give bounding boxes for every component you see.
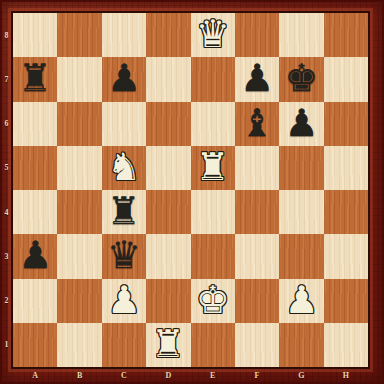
square-f1[interactable]: [235, 323, 279, 367]
file-labels: ABCDEFGH: [13, 367, 368, 384]
file-label-d: D: [146, 367, 190, 384]
square-g3[interactable]: [279, 234, 323, 278]
square-d7[interactable]: [146, 57, 190, 101]
square-d3[interactable]: [146, 234, 190, 278]
black-pawn[interactable]: ♟: [107, 59, 141, 97]
square-b2[interactable]: [57, 279, 101, 323]
square-f3[interactable]: [235, 234, 279, 278]
white-queen[interactable]: ♛: [196, 15, 230, 53]
square-g7[interactable]: ♚: [279, 57, 323, 101]
square-c6[interactable]: [102, 102, 146, 146]
file-label-e: E: [191, 367, 235, 384]
square-a1[interactable]: [13, 323, 57, 367]
black-pawn[interactable]: ♟: [240, 59, 274, 97]
black-queen[interactable]: ♛: [107, 236, 141, 274]
square-d2[interactable]: [146, 279, 190, 323]
square-f7[interactable]: ♟: [235, 57, 279, 101]
square-h7[interactable]: [324, 57, 368, 101]
square-a5[interactable]: [13, 146, 57, 190]
rank-label-1: 1: [0, 323, 13, 367]
square-g1[interactable]: [279, 323, 323, 367]
square-h5[interactable]: [324, 146, 368, 190]
square-e4[interactable]: [191, 190, 235, 234]
square-d8[interactable]: [146, 13, 190, 57]
black-rook[interactable]: ♜: [18, 59, 52, 97]
square-f6[interactable]: ♝: [235, 102, 279, 146]
square-c2[interactable]: ♟: [102, 279, 146, 323]
square-e5[interactable]: ♜: [191, 146, 235, 190]
rank-label-6: 6: [0, 102, 13, 146]
square-c1[interactable]: [102, 323, 146, 367]
square-c8[interactable]: [102, 13, 146, 57]
square-g4[interactable]: [279, 190, 323, 234]
square-e6[interactable]: [191, 102, 235, 146]
rank-label-5: 5: [0, 146, 13, 190]
square-h2[interactable]: [324, 279, 368, 323]
black-pawn[interactable]: ♟: [18, 236, 52, 274]
square-b5[interactable]: [57, 146, 101, 190]
file-label-c: C: [102, 367, 146, 384]
white-pawn[interactable]: ♟: [107, 281, 141, 319]
square-e2[interactable]: ♚: [191, 279, 235, 323]
square-g2[interactable]: ♟: [279, 279, 323, 323]
square-b6[interactable]: [57, 102, 101, 146]
square-d4[interactable]: [146, 190, 190, 234]
square-b7[interactable]: [57, 57, 101, 101]
square-e3[interactable]: [191, 234, 235, 278]
square-a4[interactable]: [13, 190, 57, 234]
square-c5[interactable]: ♞: [102, 146, 146, 190]
square-h4[interactable]: [324, 190, 368, 234]
rank-label-7: 7: [0, 57, 13, 101]
rank-label-8: 8: [0, 13, 13, 57]
square-f8[interactable]: [235, 13, 279, 57]
square-g8[interactable]: [279, 13, 323, 57]
square-b8[interactable]: [57, 13, 101, 57]
white-knight[interactable]: ♞: [107, 148, 141, 186]
square-c7[interactable]: ♟: [102, 57, 146, 101]
white-king[interactable]: ♚: [196, 281, 230, 319]
board-frame: 87654321 ABCDEFGH ♛♜♟♟♚♝♟♞♜♜♟♛♟♚♟♜: [0, 0, 384, 384]
square-f2[interactable]: [235, 279, 279, 323]
square-b4[interactable]: [57, 190, 101, 234]
square-h8[interactable]: [324, 13, 368, 57]
square-a7[interactable]: ♜: [13, 57, 57, 101]
square-d6[interactable]: [146, 102, 190, 146]
square-g5[interactable]: [279, 146, 323, 190]
white-rook[interactable]: ♜: [151, 325, 185, 363]
square-h6[interactable]: [324, 102, 368, 146]
square-e7[interactable]: [191, 57, 235, 101]
file-label-h: H: [324, 367, 368, 384]
square-e1[interactable]: [191, 323, 235, 367]
file-label-a: A: [13, 367, 57, 384]
square-d5[interactable]: [146, 146, 190, 190]
square-d1[interactable]: ♜: [146, 323, 190, 367]
square-a6[interactable]: [13, 102, 57, 146]
rank-label-3: 3: [0, 234, 13, 278]
square-c3[interactable]: ♛: [102, 234, 146, 278]
rank-label-4: 4: [0, 190, 13, 234]
white-pawn[interactable]: ♟: [284, 281, 318, 319]
white-rook[interactable]: ♜: [196, 148, 230, 186]
black-rook[interactable]: ♜: [107, 192, 141, 230]
file-label-f: F: [235, 367, 279, 384]
board: ♛♜♟♟♚♝♟♞♜♜♟♛♟♚♟♜: [13, 13, 368, 367]
square-a3[interactable]: ♟: [13, 234, 57, 278]
square-a2[interactable]: [13, 279, 57, 323]
black-bishop[interactable]: ♝: [240, 104, 274, 142]
black-pawn[interactable]: ♟: [284, 104, 318, 142]
square-f5[interactable]: [235, 146, 279, 190]
square-a8[interactable]: [13, 13, 57, 57]
square-c4[interactable]: ♜: [102, 190, 146, 234]
rank-label-2: 2: [0, 279, 13, 323]
square-h1[interactable]: [324, 323, 368, 367]
square-g6[interactable]: ♟: [279, 102, 323, 146]
file-label-b: B: [57, 367, 101, 384]
square-e8[interactable]: ♛: [191, 13, 235, 57]
square-b3[interactable]: [57, 234, 101, 278]
black-king[interactable]: ♚: [284, 59, 318, 97]
square-f4[interactable]: [235, 190, 279, 234]
file-label-g: G: [279, 367, 323, 384]
square-b1[interactable]: [57, 323, 101, 367]
square-h3[interactable]: [324, 234, 368, 278]
rank-labels: 87654321: [0, 13, 13, 367]
